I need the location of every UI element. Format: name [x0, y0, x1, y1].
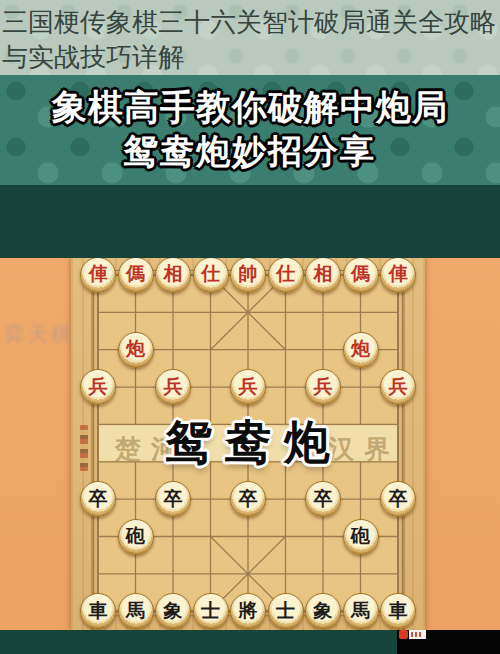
banner: 象棋高手教你破解中炮局 鸳鸯炮妙招分享	[0, 75, 500, 185]
piece-glyph: 卒	[239, 489, 258, 508]
piece-red-advisor[interactable]: 仕	[193, 258, 229, 293]
piece-black-cannon[interactable]: 砲	[118, 519, 154, 555]
piece-red-cannon[interactable]: 炮	[118, 332, 154, 368]
piece-black-soldier[interactable]: 卒	[80, 481, 116, 517]
piece-glyph: 相	[164, 264, 183, 283]
piece-red-soldier[interactable]: 兵	[380, 369, 416, 405]
piece-glyph: 兵	[239, 377, 258, 396]
piece-red-cannon[interactable]: 炮	[343, 332, 379, 368]
piece-black-elephant[interactable]: 象	[155, 593, 191, 629]
piece-glyph: 車	[389, 601, 408, 620]
piece-glyph: 仕	[201, 264, 220, 283]
piece-black-horse[interactable]: 馬	[343, 593, 379, 629]
piece-glyph: 傌	[351, 264, 370, 283]
piece-glyph: 相	[314, 264, 333, 283]
piece-red-soldier[interactable]: 兵	[230, 369, 266, 405]
piece-glyph: 士	[201, 601, 220, 620]
piece-black-horse[interactable]: 馬	[118, 593, 154, 629]
piece-red-elephant[interactable]: 相	[155, 258, 191, 293]
piece-glyph: 兵	[89, 377, 108, 396]
piece-glyph: 兵	[389, 377, 408, 396]
piece-glyph: 卒	[89, 489, 108, 508]
banner-line-2: 鸳鸯炮妙招分享	[0, 129, 500, 173]
piece-black-soldier[interactable]: 卒	[380, 481, 416, 517]
piece-red-rook[interactable]: 俥	[80, 258, 116, 293]
piece-glyph: 士	[276, 601, 295, 620]
piece-black-soldier[interactable]: 卒	[230, 481, 266, 517]
badge-label	[409, 630, 426, 639]
piece-glyph: 砲	[351, 526, 370, 545]
caption-line-2: 与实战技巧详解	[2, 40, 500, 75]
piece-glyph: 仕	[276, 264, 295, 283]
caption-line-1: 三国梗传象棋三十六关智计破局通关全攻略	[2, 5, 500, 40]
piece-glyph: 傌	[126, 264, 145, 283]
piece-glyph: 兵	[314, 377, 333, 396]
piece-glyph: 馬	[126, 601, 145, 620]
video-thumbnail: 三国梗传象棋三十六关智计破局通关全攻略 与实战技巧详解 象棋高手教你破解中炮局 …	[0, 0, 500, 654]
caption-area: 三国梗传象棋三十六关智计破局通关全攻略 与实战技巧详解	[0, 0, 500, 75]
piece-glyph: 帥	[239, 264, 258, 283]
piece-glyph: 砲	[126, 526, 145, 545]
piece-red-soldier[interactable]: 兵	[305, 369, 341, 405]
piece-glyph: 將	[239, 601, 258, 620]
piece-glyph: 炮	[126, 339, 145, 358]
piece-glyph: 俥	[389, 264, 408, 283]
piece-red-general[interactable]: 帥	[230, 258, 266, 293]
piece-black-rook[interactable]: 車	[80, 593, 116, 629]
piece-red-advisor[interactable]: 仕	[268, 258, 304, 293]
piece-glyph: 卒	[389, 489, 408, 508]
piece-black-advisor[interactable]: 士	[193, 593, 229, 629]
red-logo-icon	[399, 630, 408, 639]
piece-glyph: 象	[314, 601, 333, 620]
piece-red-rook[interactable]: 俥	[380, 258, 416, 293]
piece-black-soldier[interactable]: 卒	[155, 481, 191, 517]
piece-glyph: 象	[164, 601, 183, 620]
piece-glyph: 卒	[314, 489, 333, 508]
piece-black-advisor[interactable]: 士	[268, 593, 304, 629]
piece-glyph: 馬	[351, 601, 370, 620]
overlay-opening-name: 鸳鸯炮	[166, 416, 343, 468]
watermark-badge	[399, 630, 426, 639]
spacer-band	[0, 185, 500, 258]
piece-glyph: 兵	[164, 377, 183, 396]
piece-glyph: 卒	[164, 489, 183, 508]
piece-red-horse[interactable]: 傌	[343, 258, 379, 293]
piece-glyph: 炮	[351, 339, 370, 358]
piece-red-soldier[interactable]: 兵	[80, 369, 116, 405]
piece-black-cannon[interactable]: 砲	[343, 519, 379, 555]
bottom-strip	[0, 630, 500, 654]
piece-red-elephant[interactable]: 相	[305, 258, 341, 293]
piece-glyph: 車	[89, 601, 108, 620]
board-scene: 弈天棋缘 楚河 汉界 俥傌相仕帥仕相傌俥炮炮兵兵兵兵兵卒卒卒卒卒砲砲車馬象士將士…	[0, 258, 500, 630]
piece-glyph: 俥	[89, 264, 108, 283]
banner-line-1: 象棋高手教你破解中炮局	[0, 85, 500, 129]
piece-red-soldier[interactable]: 兵	[155, 369, 191, 405]
piece-black-rook[interactable]: 車	[380, 593, 416, 629]
piece-black-elephant[interactable]: 象	[305, 593, 341, 629]
piece-black-soldier[interactable]: 卒	[305, 481, 341, 517]
piece-red-horse[interactable]: 傌	[118, 258, 154, 293]
piece-black-general[interactable]: 將	[230, 593, 266, 629]
